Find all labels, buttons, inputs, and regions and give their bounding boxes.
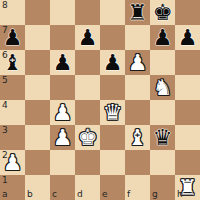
piece-black-rook[interactable]: ♜ bbox=[128, 0, 148, 25]
square-a7[interactable]: ♟ bbox=[0, 25, 25, 50]
square-d3[interactable]: ♚ bbox=[75, 125, 100, 150]
square-h3[interactable] bbox=[175, 125, 200, 150]
piece-white-pawn[interactable]: ♟ bbox=[53, 100, 73, 125]
chess-board: ♜♚♟♟♟♟♝♟♟♟♞♟♛♟♚♝♛♟♜87654321abcdefgh bbox=[0, 0, 200, 200]
square-d4[interactable] bbox=[75, 100, 100, 125]
piece-white-pawn[interactable]: ♟ bbox=[3, 150, 23, 175]
piece-white-pawn[interactable]: ♟ bbox=[128, 50, 148, 75]
square-g1[interactable] bbox=[150, 175, 175, 200]
piece-white-king[interactable]: ♚ bbox=[78, 125, 98, 150]
square-e3[interactable] bbox=[100, 125, 125, 150]
square-c2[interactable] bbox=[50, 150, 75, 175]
piece-black-pawn[interactable]: ♟ bbox=[53, 50, 73, 75]
square-b3[interactable] bbox=[25, 125, 50, 150]
square-b8[interactable] bbox=[25, 0, 50, 25]
square-a1[interactable] bbox=[0, 175, 25, 200]
square-g4[interactable] bbox=[150, 100, 175, 125]
square-d8[interactable] bbox=[75, 0, 100, 25]
piece-white-rook[interactable]: ♜ bbox=[178, 175, 198, 200]
square-f3[interactable]: ♝ bbox=[125, 125, 150, 150]
square-a6[interactable]: ♝ bbox=[0, 50, 25, 75]
square-b7[interactable] bbox=[25, 25, 50, 50]
square-h2[interactable] bbox=[175, 150, 200, 175]
piece-black-pawn[interactable]: ♟ bbox=[103, 50, 123, 75]
piece-white-knight[interactable]: ♞ bbox=[153, 75, 173, 100]
piece-black-king[interactable]: ♚ bbox=[153, 0, 173, 25]
square-f2[interactable] bbox=[125, 150, 150, 175]
square-h5[interactable] bbox=[175, 75, 200, 100]
square-g7[interactable]: ♟ bbox=[150, 25, 175, 50]
piece-white-queen[interactable]: ♛ bbox=[103, 100, 123, 125]
piece-black-pawn[interactable]: ♟ bbox=[3, 25, 23, 50]
piece-black-bishop[interactable]: ♝ bbox=[3, 50, 23, 75]
square-d7[interactable]: ♟ bbox=[75, 25, 100, 50]
square-e8[interactable] bbox=[100, 0, 125, 25]
square-a5[interactable] bbox=[0, 75, 25, 100]
square-d5[interactable] bbox=[75, 75, 100, 100]
square-a4[interactable] bbox=[0, 100, 25, 125]
piece-black-queen[interactable]: ♛ bbox=[153, 125, 173, 150]
square-f6[interactable]: ♟ bbox=[125, 50, 150, 75]
square-e5[interactable] bbox=[100, 75, 125, 100]
square-h8[interactable] bbox=[175, 0, 200, 25]
square-e1[interactable] bbox=[100, 175, 125, 200]
square-e4[interactable]: ♛ bbox=[100, 100, 125, 125]
square-c4[interactable]: ♟ bbox=[50, 100, 75, 125]
square-e2[interactable] bbox=[100, 150, 125, 175]
square-f7[interactable] bbox=[125, 25, 150, 50]
piece-black-pawn[interactable]: ♟ bbox=[153, 25, 173, 50]
piece-black-pawn[interactable]: ♟ bbox=[78, 25, 98, 50]
square-e6[interactable]: ♟ bbox=[100, 50, 125, 75]
square-c5[interactable] bbox=[50, 75, 75, 100]
square-f4[interactable] bbox=[125, 100, 150, 125]
square-h6[interactable] bbox=[175, 50, 200, 75]
square-d6[interactable] bbox=[75, 50, 100, 75]
square-g3[interactable]: ♛ bbox=[150, 125, 175, 150]
square-f1[interactable] bbox=[125, 175, 150, 200]
square-e7[interactable] bbox=[100, 25, 125, 50]
square-a2[interactable]: ♟ bbox=[0, 150, 25, 175]
square-d1[interactable] bbox=[75, 175, 100, 200]
square-c3[interactable]: ♟ bbox=[50, 125, 75, 150]
square-c6[interactable]: ♟ bbox=[50, 50, 75, 75]
square-d2[interactable] bbox=[75, 150, 100, 175]
square-b4[interactable] bbox=[25, 100, 50, 125]
square-f5[interactable] bbox=[125, 75, 150, 100]
square-b1[interactable] bbox=[25, 175, 50, 200]
square-a8[interactable] bbox=[0, 0, 25, 25]
square-c7[interactable] bbox=[50, 25, 75, 50]
square-g5[interactable]: ♞ bbox=[150, 75, 175, 100]
square-g2[interactable] bbox=[150, 150, 175, 175]
square-b6[interactable] bbox=[25, 50, 50, 75]
square-f8[interactable]: ♜ bbox=[125, 0, 150, 25]
square-g8[interactable]: ♚ bbox=[150, 0, 175, 25]
square-g6[interactable] bbox=[150, 50, 175, 75]
piece-white-bishop[interactable]: ♝ bbox=[128, 125, 148, 150]
square-c8[interactable] bbox=[50, 0, 75, 25]
square-h4[interactable] bbox=[175, 100, 200, 125]
piece-black-pawn[interactable]: ♟ bbox=[178, 25, 198, 50]
square-b5[interactable] bbox=[25, 75, 50, 100]
square-h7[interactable]: ♟ bbox=[175, 25, 200, 50]
square-a3[interactable] bbox=[0, 125, 25, 150]
square-b2[interactable] bbox=[25, 150, 50, 175]
piece-white-pawn[interactable]: ♟ bbox=[53, 125, 73, 150]
square-c1[interactable] bbox=[50, 175, 75, 200]
square-h1[interactable]: ♜ bbox=[175, 175, 200, 200]
